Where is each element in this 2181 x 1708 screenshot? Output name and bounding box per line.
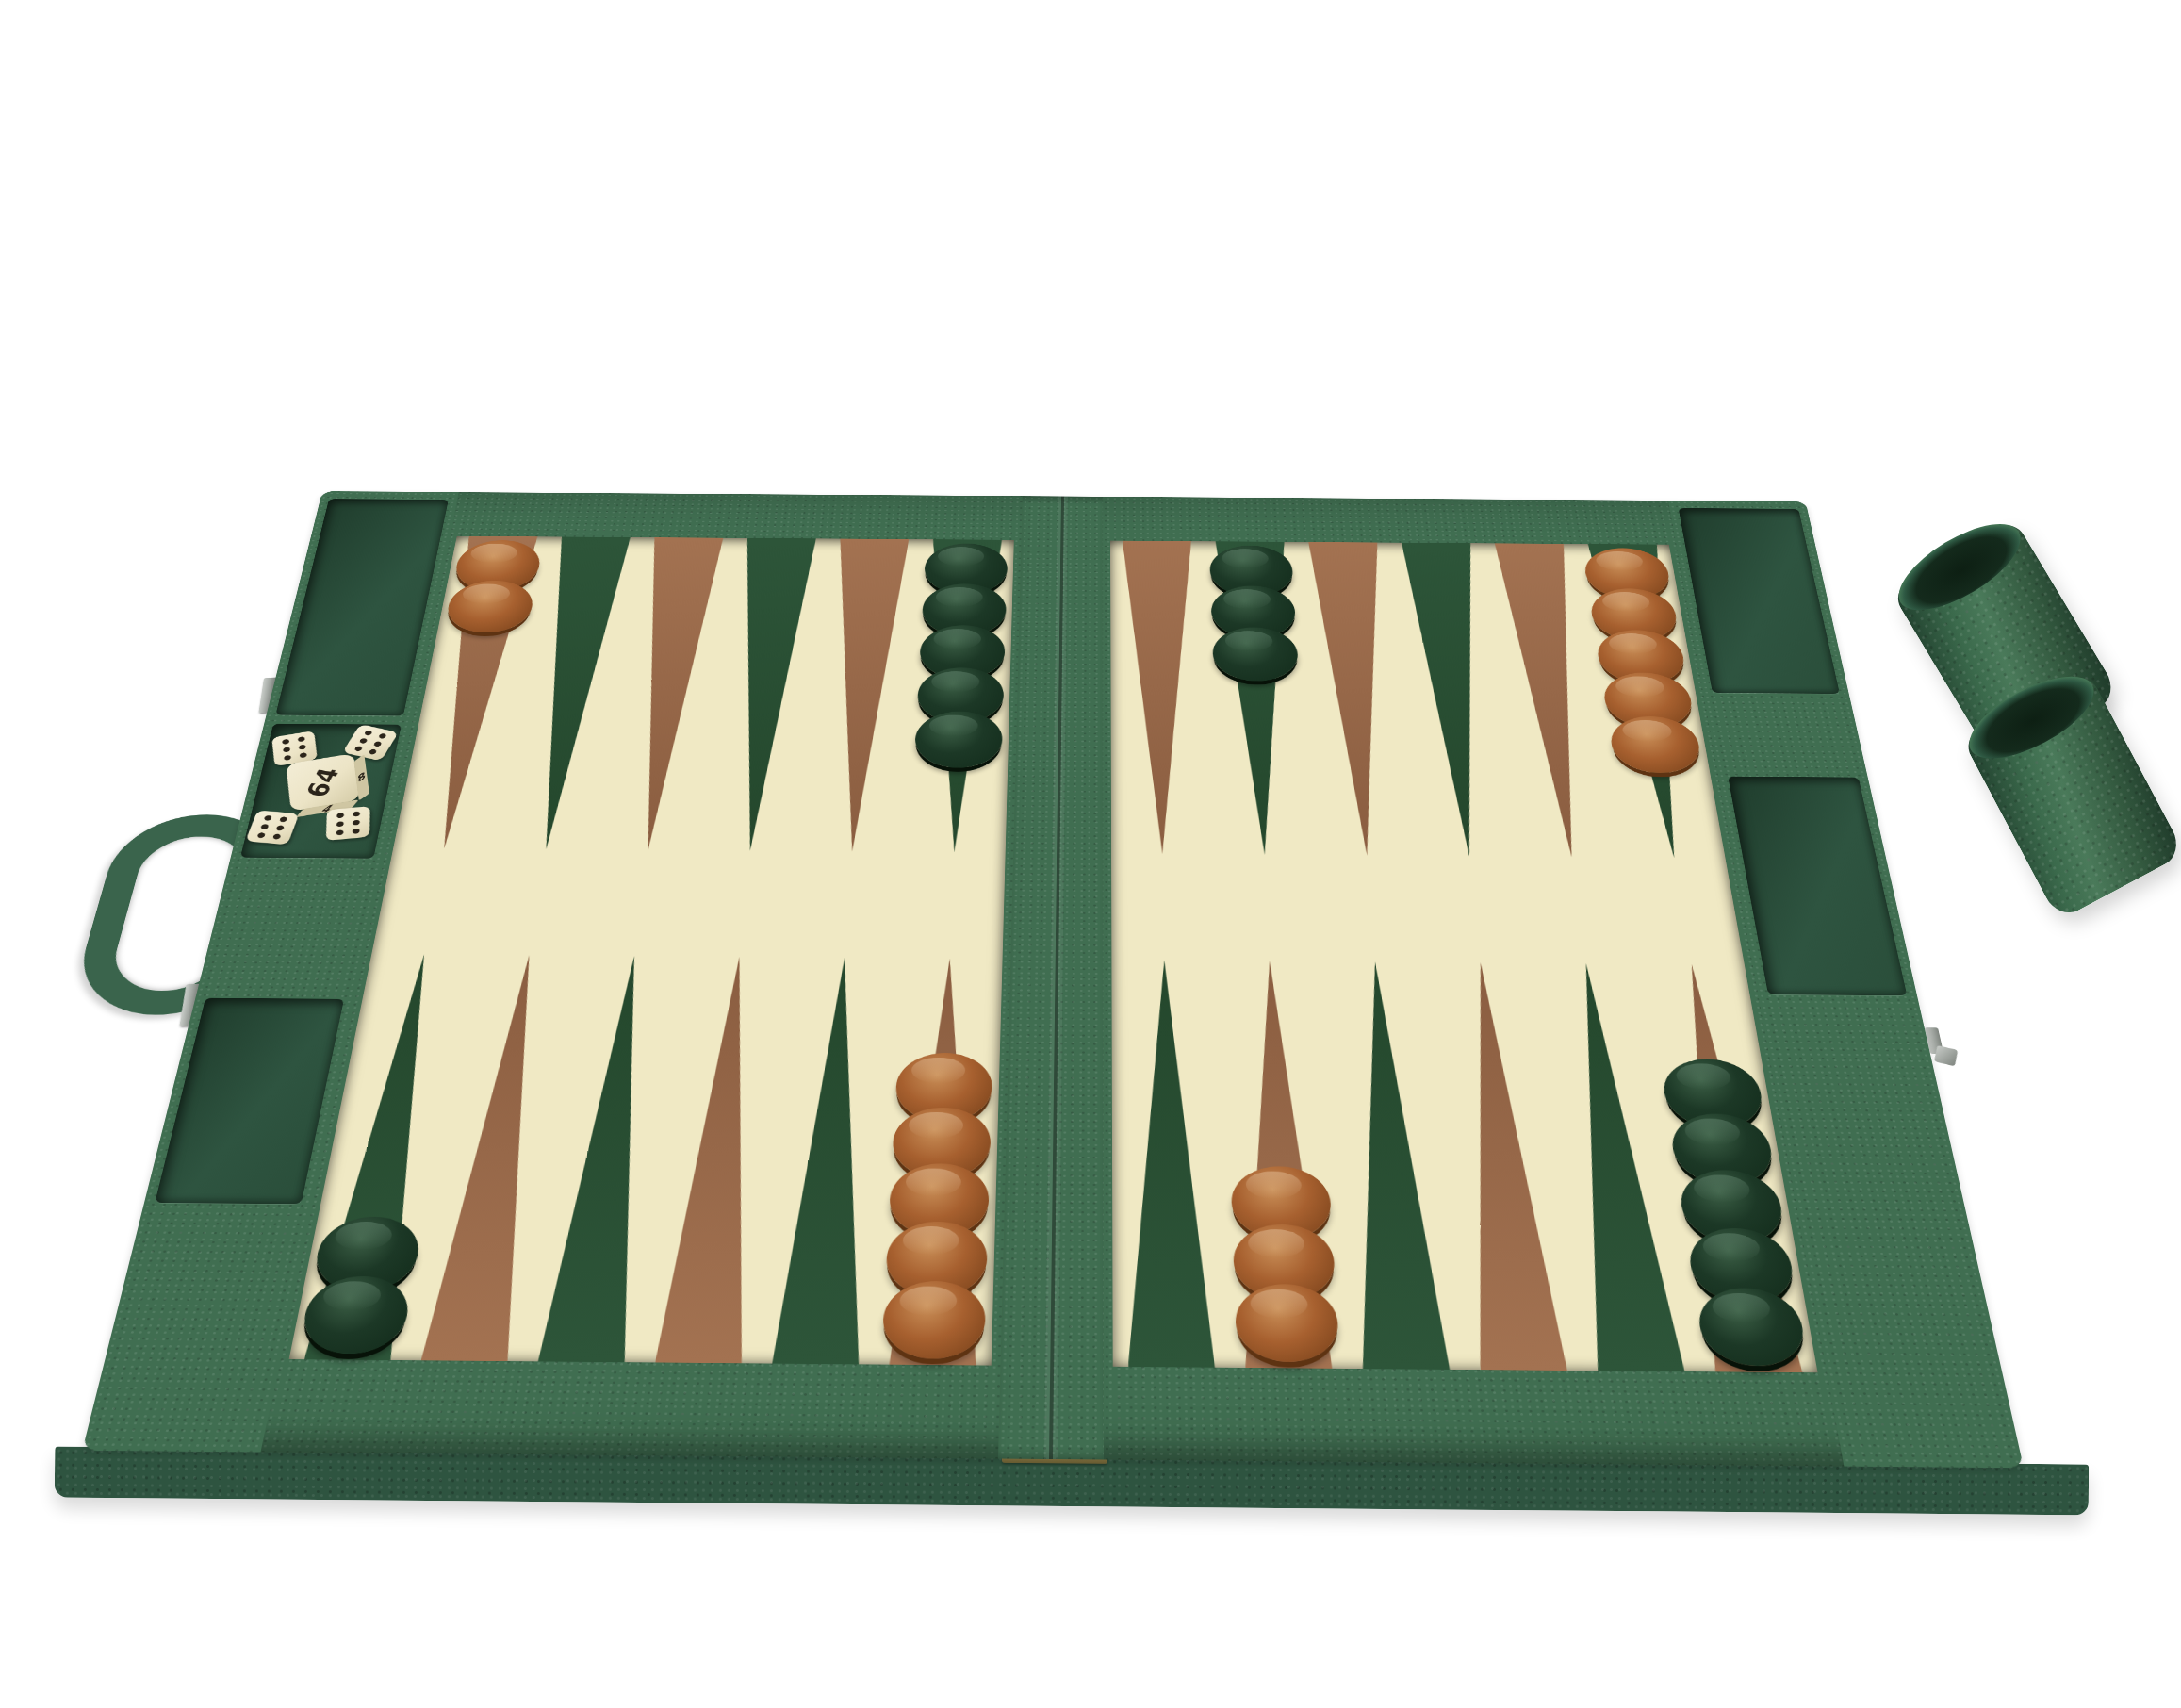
brown-checker[interactable] — [1608, 716, 1704, 774]
die-pip — [364, 730, 373, 735]
die-pip — [353, 829, 360, 834]
die-4-showing-6[interactable] — [326, 806, 370, 841]
green-checker[interactable] — [914, 711, 1004, 768]
die-3-showing-6[interactable] — [245, 810, 299, 845]
checker-stack-point-1 — [297, 1216, 424, 1354]
checker-stack-point-6 — [881, 1053, 993, 1359]
die-pip — [282, 738, 289, 744]
die-pip — [272, 833, 282, 839]
right-latch-hook — [1934, 1045, 1958, 1066]
die-pip — [336, 829, 344, 835]
left-rail-spacer — [205, 866, 371, 998]
brown-checker[interactable] — [1235, 1284, 1340, 1362]
die-pip — [354, 746, 364, 752]
die-pip — [284, 755, 291, 761]
right-top-points — [1110, 541, 1734, 911]
die-pip — [353, 811, 360, 816]
green-checker[interactable] — [1212, 627, 1300, 682]
tan-triangle — [814, 539, 909, 852]
doubling-cube[interactable]: 64 8 4 — [286, 753, 359, 812]
dice-compartment: 64 8 4 — [240, 724, 402, 859]
die-pip — [373, 741, 383, 747]
right-checker-tray-top — [1679, 508, 1840, 694]
backgammon-case: 64 8 4 — [82, 491, 2024, 1468]
die-pip — [283, 747, 290, 752]
right-checker-tray-bottom — [1728, 776, 1907, 995]
die-pip — [353, 819, 360, 825]
tan-triangle — [1308, 542, 1404, 856]
green-checker[interactable] — [297, 1275, 413, 1354]
die-pip — [359, 738, 369, 745]
point-7 — [1111, 906, 1230, 1368]
right-bottom-points — [1111, 906, 1817, 1372]
point-18 — [1110, 541, 1215, 907]
checker-stack-point-17 — [1209, 545, 1300, 681]
die-pip — [368, 748, 377, 755]
die-pip — [257, 832, 267, 838]
tan-triangle — [1123, 541, 1201, 855]
checker-stack-point-19 — [914, 543, 1009, 768]
right-rail-spacer — [1713, 693, 1859, 778]
die-pip — [260, 824, 270, 829]
left-top-points — [383, 536, 1014, 905]
die-pip — [264, 815, 273, 821]
die-pip — [336, 821, 344, 827]
scene: 64 8 4 — [0, 0, 2181, 1708]
case-interior: 64 8 4 — [82, 491, 2024, 1468]
point-19 — [900, 539, 1014, 905]
checker-stack-point-8 — [1230, 1166, 1339, 1362]
checker-stack-point-24 — [443, 540, 543, 633]
die-pip — [378, 732, 387, 738]
doubling-cube-side-8: 8 — [353, 754, 369, 800]
die-pip — [279, 816, 287, 822]
dice-cup-2[interactable] — [1962, 672, 2181, 921]
green-triangle — [772, 958, 883, 1365]
left-checker-tray-bottom — [155, 997, 344, 1204]
brown-checker[interactable] — [443, 581, 536, 633]
die-pip — [275, 825, 285, 830]
brown-checker[interactable] — [881, 1281, 987, 1359]
die-pip — [299, 744, 306, 749]
die-pip — [336, 813, 344, 818]
green-checker[interactable] — [1695, 1288, 1810, 1367]
left-bottom-points — [289, 900, 1005, 1366]
die-pip — [298, 736, 305, 742]
green-triangle — [1125, 960, 1215, 1368]
